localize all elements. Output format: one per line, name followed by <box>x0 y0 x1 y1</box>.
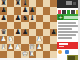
board-square[interactable] <box>43 29 50 36</box>
board-square[interactable] <box>21 36 28 43</box>
chess-piece[interactable]: ♝ <box>22 0 28 7</box>
board-square[interactable]: ♟ <box>0 7 7 14</box>
board-square[interactable] <box>43 44 50 51</box>
board-square[interactable] <box>50 0 57 7</box>
side-panel: + <box>57 0 80 60</box>
board-square[interactable] <box>7 51 14 58</box>
chess-piece[interactable]: ♟ <box>1 36 7 43</box>
board-square[interactable]: ♟ <box>14 44 21 51</box>
board-square[interactable] <box>14 22 21 29</box>
chess-piece[interactable]: ♟ <box>15 29 21 36</box>
board-square[interactable]: ♛ <box>0 29 7 36</box>
board-square[interactable] <box>0 22 7 29</box>
move-list-text <box>57 20 80 41</box>
chess-piece[interactable]: ♛ <box>29 44 35 51</box>
chess-piece[interactable]: ♜ <box>1 0 7 7</box>
board-square[interactable] <box>36 29 43 36</box>
board-square[interactable] <box>29 29 36 36</box>
board-square[interactable]: ♟ <box>14 15 21 22</box>
header-tab-chip[interactable] <box>66 1 72 5</box>
board-square[interactable] <box>36 51 43 58</box>
board-square[interactable] <box>36 15 43 22</box>
chess-piece[interactable]: ♜ <box>29 51 35 58</box>
blue-square-icon[interactable] <box>65 50 69 54</box>
text-line <box>58 31 78 33</box>
board-square[interactable] <box>29 36 36 43</box>
board-square[interactable] <box>29 0 36 7</box>
header-menu-icon[interactable] <box>73 2 76 5</box>
board-square[interactable] <box>0 51 7 58</box>
board-square[interactable] <box>36 22 43 29</box>
chess-piece[interactable]: ♟ <box>29 7 35 14</box>
chess-piece[interactable]: ♜ <box>15 0 21 7</box>
chess-piece[interactable]: ♟ <box>36 44 42 51</box>
board-square[interactable] <box>36 7 43 14</box>
text-line <box>58 25 78 27</box>
board-area: ♜♜♝♟♟♟♟♟♞♝♛♟♟♟♟♞♟♝♟♟♛♟♚♜ <box>0 0 57 60</box>
board-square[interactable] <box>50 36 57 43</box>
chess-piece[interactable]: ♟ <box>15 44 21 51</box>
ad-content-shape <box>68 56 75 60</box>
board-square[interactable]: ♞ <box>21 15 28 22</box>
board-square[interactable] <box>29 22 36 29</box>
chess-piece[interactable]: ♝ <box>29 15 35 22</box>
thumbnail[interactable] <box>67 10 70 14</box>
board-square[interactable]: ♜ <box>0 0 7 7</box>
board-square[interactable] <box>43 0 50 7</box>
board-square[interactable]: ♟ <box>50 29 57 36</box>
board-square[interactable] <box>43 51 50 58</box>
chess-piece[interactable]: ♞ <box>8 36 14 43</box>
banner-text-line <box>59 43 68 45</box>
chess-piece[interactable]: ♞ <box>22 15 28 22</box>
board-square[interactable] <box>14 36 21 43</box>
scrollbar-thumb[interactable] <box>78 0 80 16</box>
board-square[interactable]: ♝ <box>0 44 7 51</box>
chess-piece[interactable]: ♟ <box>22 29 28 36</box>
board-square[interactable] <box>21 44 28 51</box>
board-square[interactable] <box>7 15 14 22</box>
chess-piece[interactable]: ♟ <box>36 36 42 43</box>
board-square[interactable]: ♜ <box>29 51 36 58</box>
thumbnail[interactable] <box>62 10 65 14</box>
board-square[interactable] <box>7 0 14 7</box>
board-square[interactable] <box>36 0 43 7</box>
board-square[interactable]: ♟ <box>21 29 28 36</box>
board-square[interactable] <box>14 51 21 58</box>
board-square[interactable]: ♟ <box>36 36 43 43</box>
bottom-row <box>57 55 80 60</box>
board-square[interactable]: ♟ <box>29 7 36 14</box>
text-line <box>58 28 72 30</box>
sun-icon[interactable] <box>58 50 62 54</box>
board-square[interactable]: ♟ <box>7 44 14 51</box>
board-square[interactable]: ♟ <box>0 15 7 22</box>
plus-badge-icon[interactable]: + <box>58 15 63 20</box>
text-line <box>58 34 76 36</box>
chess-piece[interactable]: ♟ <box>1 7 7 14</box>
panel-header-bar <box>57 0 80 8</box>
board-square[interactable]: ♟ <box>21 7 28 14</box>
board-square[interactable] <box>43 36 50 43</box>
board-square[interactable]: ♝ <box>21 0 28 7</box>
board-square[interactable] <box>50 51 57 58</box>
chess-board[interactable]: ♜♜♝♟♟♟♟♟♞♝♛♟♟♟♟♞♟♝♟♟♛♟♚♜ <box>0 0 57 58</box>
green-bar-label <box>64 16 79 19</box>
bottom-left-blank <box>57 55 67 60</box>
board-square[interactable] <box>43 22 50 29</box>
board-square[interactable] <box>14 7 21 14</box>
text-line <box>58 22 76 24</box>
board-square[interactable] <box>7 7 14 14</box>
chess-piece[interactable]: ♟ <box>50 29 56 36</box>
board-square[interactable] <box>50 7 57 14</box>
board-bottom-margin <box>0 58 57 60</box>
scrollbar[interactable] <box>78 0 80 60</box>
board-square[interactable]: ♛ <box>29 44 36 51</box>
chess-piece[interactable]: ♚ <box>22 51 28 58</box>
chess-piece[interactable]: ♟ <box>15 15 21 22</box>
board-square[interactable] <box>21 22 28 29</box>
chess-piece[interactable]: ♝ <box>1 44 7 51</box>
board-square[interactable] <box>7 29 14 36</box>
red-alert-banner[interactable] <box>57 42 80 49</box>
thumbnail[interactable] <box>71 10 74 14</box>
chess-piece[interactable]: ♟ <box>1 15 7 22</box>
chess-piece[interactable]: ♟ <box>8 44 14 51</box>
chess-piece[interactable]: ♟ <box>22 7 28 14</box>
board-square[interactable]: ♟ <box>36 44 43 51</box>
board-square[interactable] <box>50 15 57 22</box>
board-square[interactable]: ♟ <box>14 29 21 36</box>
board-square[interactable] <box>50 44 57 51</box>
board-square[interactable]: ♟ <box>0 36 7 43</box>
board-square[interactable] <box>7 22 14 29</box>
chess-piece[interactable]: ♛ <box>1 29 7 36</box>
board-square[interactable] <box>43 7 50 14</box>
board-square[interactable] <box>43 15 50 22</box>
banner-subtext-line <box>59 46 64 47</box>
board-square[interactable] <box>50 22 57 29</box>
board-square[interactable]: ♚ <box>21 51 28 58</box>
board-square[interactable]: ♞ <box>7 36 14 43</box>
text-line <box>58 37 72 39</box>
board-square[interactable]: ♜ <box>14 0 21 7</box>
board-square[interactable]: ♝ <box>29 15 36 22</box>
chess-app-window: ♜♜♝♟♟♟♟♟♞♝♛♟♟♟♟♞♟♝♟♟♛♟♚♜ + <box>0 0 80 60</box>
